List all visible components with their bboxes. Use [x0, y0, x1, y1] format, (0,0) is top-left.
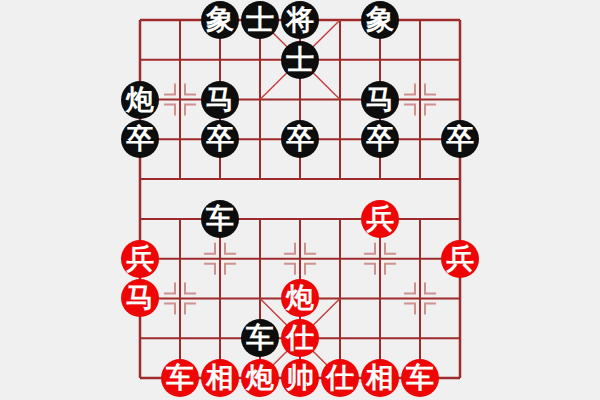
pieces-grid: 象士将象士炮马马卒卒卒卒卒车兵兵兵马炮车仕车相炮帅仕相车 [120, 0, 480, 398]
piece-black-horse[interactable]: 马 [201, 81, 239, 119]
piece-red-chariot[interactable]: 车 [401, 359, 439, 397]
piece-red-advisor[interactable]: 仕 [281, 319, 319, 357]
piece-red-elephant[interactable]: 相 [361, 359, 399, 397]
piece-black-advisor[interactable]: 士 [281, 41, 319, 79]
piece-red-cannon[interactable]: 炮 [241, 359, 279, 397]
piece-black-advisor[interactable]: 士 [241, 1, 279, 39]
xiangqi-app: 象士将象士炮马马卒卒卒卒卒车兵兵兵马炮车仕车相炮帅仕相车 [0, 0, 600, 400]
piece-red-elephant[interactable]: 相 [201, 359, 239, 397]
piece-black-elephant[interactable]: 象 [201, 1, 239, 39]
piece-black-general[interactable]: 将 [281, 1, 319, 39]
piece-black-elephant[interactable]: 象 [361, 1, 399, 39]
piece-red-horse[interactable]: 马 [121, 279, 159, 317]
piece-red-soldier[interactable]: 兵 [441, 240, 479, 278]
piece-black-horse[interactable]: 马 [361, 81, 399, 119]
piece-black-soldier[interactable]: 卒 [121, 120, 159, 158]
piece-black-soldier[interactable]: 卒 [361, 120, 399, 158]
piece-red-cannon[interactable]: 炮 [281, 279, 319, 317]
piece-black-chariot[interactable]: 车 [241, 319, 279, 357]
piece-red-general[interactable]: 帅 [281, 359, 319, 397]
piece-black-soldier[interactable]: 卒 [201, 120, 239, 158]
piece-red-soldier[interactable]: 兵 [121, 240, 159, 278]
piece-red-chariot[interactable]: 车 [161, 359, 199, 397]
piece-red-soldier[interactable]: 兵 [361, 200, 399, 238]
piece-black-soldier[interactable]: 卒 [441, 120, 479, 158]
piece-red-advisor[interactable]: 仕 [321, 359, 359, 397]
piece-black-soldier[interactable]: 卒 [281, 120, 319, 158]
piece-black-cannon[interactable]: 炮 [121, 81, 159, 119]
piece-black-chariot[interactable]: 车 [201, 200, 239, 238]
